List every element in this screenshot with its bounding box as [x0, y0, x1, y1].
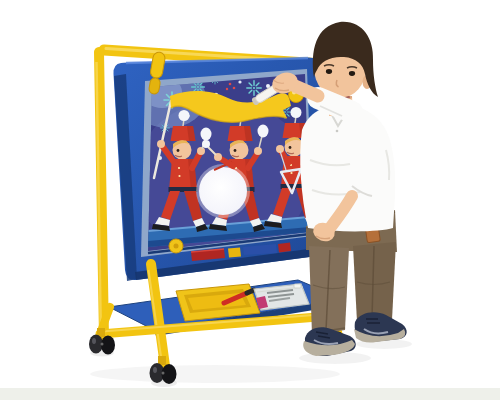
floor-strip — [0, 388, 500, 400]
easel-shadow — [90, 365, 340, 383]
marker-cap — [247, 290, 254, 293]
product-photo — [0, 0, 500, 400]
ledge-yellow-square — [228, 248, 241, 258]
ledge-red-bar-2 — [278, 243, 291, 253]
